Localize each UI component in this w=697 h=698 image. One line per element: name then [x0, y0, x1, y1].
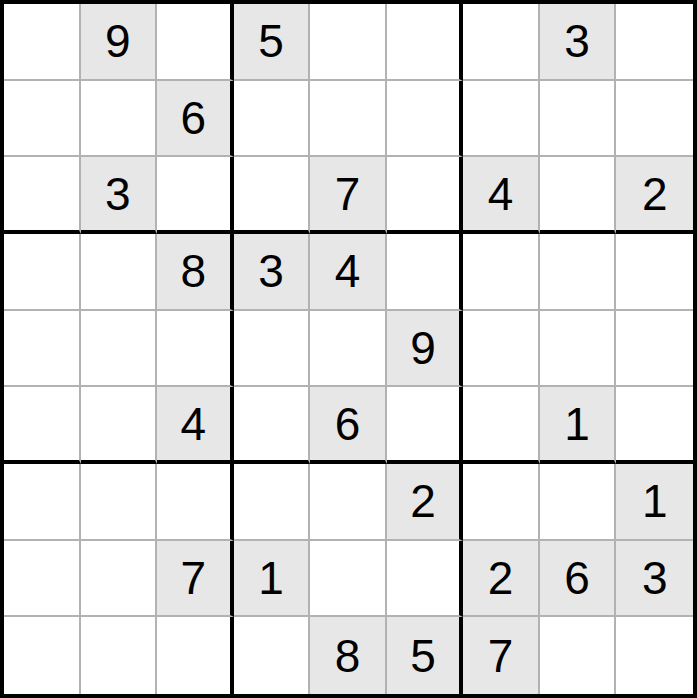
cell-r4c9[interactable]	[616, 234, 693, 311]
cell-r8c8: 6	[540, 541, 617, 618]
cell-r6c6[interactable]	[387, 387, 464, 464]
cell-r8c5[interactable]	[310, 541, 387, 618]
cell-r2c6[interactable]	[387, 81, 464, 158]
cell-r8c6[interactable]	[387, 541, 464, 618]
cell-r2c5[interactable]	[310, 81, 387, 158]
cell-r6c5: 6	[310, 387, 387, 464]
cell-r9c5: 8	[310, 617, 387, 694]
cell-r4c7[interactable]	[463, 234, 540, 311]
cell-r1c9[interactable]	[616, 4, 693, 81]
cell-r2c3: 6	[157, 81, 234, 158]
cell-r1c7[interactable]	[463, 4, 540, 81]
cell-r8c4: 1	[234, 541, 311, 618]
cell-r7c8[interactable]	[540, 464, 617, 541]
cell-r1c4: 5	[234, 4, 311, 81]
cell-r6c2[interactable]	[81, 387, 158, 464]
cell-r5c3[interactable]	[157, 311, 234, 388]
cell-r8c7: 2	[463, 541, 540, 618]
cell-r1c8: 3	[540, 4, 617, 81]
cell-r4c1[interactable]	[4, 234, 81, 311]
cell-r6c4[interactable]	[234, 387, 311, 464]
cell-r9c2[interactable]	[81, 617, 158, 694]
cell-r3c9: 2	[616, 157, 693, 234]
cell-r4c4: 3	[234, 234, 311, 311]
cell-r8c3: 7	[157, 541, 234, 618]
cell-r3c8[interactable]	[540, 157, 617, 234]
cell-r3c7: 4	[463, 157, 540, 234]
cell-r1c2: 9	[81, 4, 158, 81]
cell-r3c2: 3	[81, 157, 158, 234]
cell-r7c1[interactable]	[4, 464, 81, 541]
cell-r9c4[interactable]	[234, 617, 311, 694]
cell-r1c6[interactable]	[387, 4, 464, 81]
cell-r9c8[interactable]	[540, 617, 617, 694]
cell-r3c6[interactable]	[387, 157, 464, 234]
cell-r8c1[interactable]	[4, 541, 81, 618]
cell-r4c8[interactable]	[540, 234, 617, 311]
cell-r3c4[interactable]	[234, 157, 311, 234]
cell-r2c1[interactable]	[4, 81, 81, 158]
cell-r6c9[interactable]	[616, 387, 693, 464]
cell-r4c5: 4	[310, 234, 387, 311]
sudoku-board: 9536374283494612171263857	[0, 0, 697, 698]
cell-r2c9[interactable]	[616, 81, 693, 158]
cell-r5c1[interactable]	[4, 311, 81, 388]
cell-r9c3[interactable]	[157, 617, 234, 694]
cell-r8c9: 3	[616, 541, 693, 618]
cell-r5c9[interactable]	[616, 311, 693, 388]
cell-r5c6: 9	[387, 311, 464, 388]
cell-r7c3[interactable]	[157, 464, 234, 541]
cell-r9c9[interactable]	[616, 617, 693, 694]
cell-r6c7[interactable]	[463, 387, 540, 464]
cell-r6c3: 4	[157, 387, 234, 464]
cell-r9c7: 7	[463, 617, 540, 694]
cell-r2c7[interactable]	[463, 81, 540, 158]
cell-r2c2[interactable]	[81, 81, 158, 158]
cell-r3c3[interactable]	[157, 157, 234, 234]
cell-r1c5[interactable]	[310, 4, 387, 81]
cell-r5c5[interactable]	[310, 311, 387, 388]
cell-r5c2[interactable]	[81, 311, 158, 388]
cell-r5c8[interactable]	[540, 311, 617, 388]
cell-r5c7[interactable]	[463, 311, 540, 388]
cell-r2c8[interactable]	[540, 81, 617, 158]
cell-r8c2[interactable]	[81, 541, 158, 618]
cell-r7c2[interactable]	[81, 464, 158, 541]
cell-r2c4[interactable]	[234, 81, 311, 158]
cell-r9c1[interactable]	[4, 617, 81, 694]
sudoku-puzzle: 9536374283494612171263857	[0, 0, 697, 698]
cell-r3c5: 7	[310, 157, 387, 234]
cell-r5c4[interactable]	[234, 311, 311, 388]
cell-r7c6: 2	[387, 464, 464, 541]
cell-r4c3: 8	[157, 234, 234, 311]
cell-r4c6[interactable]	[387, 234, 464, 311]
cell-r1c1[interactable]	[4, 4, 81, 81]
cell-r7c9: 1	[616, 464, 693, 541]
cell-r9c6: 5	[387, 617, 464, 694]
cell-r4c2[interactable]	[81, 234, 158, 311]
cell-r6c1[interactable]	[4, 387, 81, 464]
cell-r7c4[interactable]	[234, 464, 311, 541]
cell-r3c1[interactable]	[4, 157, 81, 234]
cell-r6c8: 1	[540, 387, 617, 464]
cell-r7c5[interactable]	[310, 464, 387, 541]
cell-r1c3[interactable]	[157, 4, 234, 81]
cell-r7c7[interactable]	[463, 464, 540, 541]
